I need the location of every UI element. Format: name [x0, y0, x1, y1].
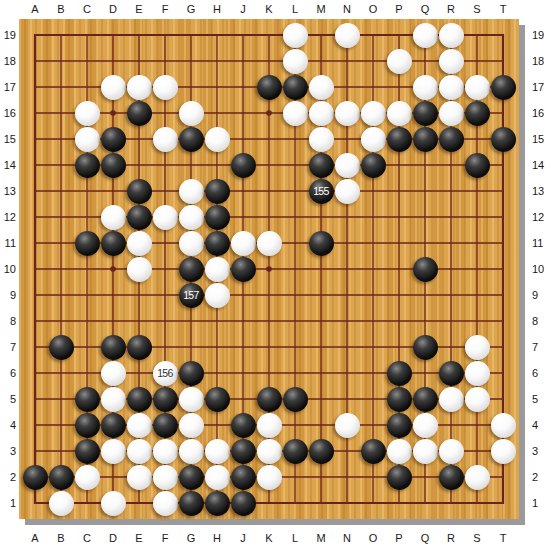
white-stone-Q3 [413, 439, 438, 464]
black-stone-M14 [309, 153, 334, 178]
white-stone-F3 [153, 439, 178, 464]
black-stone-H5 [205, 387, 230, 412]
column-label-bottom-D: D [103, 530, 123, 546]
black-stone-D7 [101, 335, 126, 360]
black-stone-P2 [387, 465, 412, 490]
white-stone-R18 [439, 49, 464, 74]
black-stone-E12 [127, 205, 152, 230]
column-label-top-K: K [259, 1, 279, 17]
black-stone-D11 [101, 231, 126, 256]
white-stone-D1 [101, 491, 126, 516]
column-label-top-E: E [129, 1, 149, 17]
black-stone-H11 [205, 231, 230, 256]
row-label-left-10: 10 [1, 261, 16, 277]
black-stone-C4 [75, 413, 100, 438]
column-label-bottom-O: O [363, 530, 383, 546]
white-stone-H9 [205, 283, 230, 308]
black-stone-T17 [491, 75, 516, 100]
column-label-bottom-B: B [51, 530, 71, 546]
white-stone-E10 [127, 257, 152, 282]
column-label-bottom-L: L [285, 530, 305, 546]
row-label-right-18: 18 [530, 53, 551, 69]
row-label-left-8: 8 [1, 313, 16, 329]
row-label-left-4: 4 [1, 417, 16, 433]
white-stone-O16 [361, 101, 386, 126]
row-label-left-9: 9 [1, 287, 16, 303]
black-stone-F4 [153, 413, 178, 438]
black-stone-G15 [179, 127, 204, 152]
column-label-top-A: A [25, 1, 45, 17]
black-stone-B7 [49, 335, 74, 360]
column-label-bottom-J: J [233, 530, 253, 546]
black-stone-S16 [465, 101, 490, 126]
black-stone-K5 [257, 387, 282, 412]
black-stone-Q15 [413, 127, 438, 152]
white-stone-H2 [205, 465, 230, 490]
black-stone-P4 [387, 413, 412, 438]
black-stone-E5 [127, 387, 152, 412]
white-stone-N19 [335, 23, 360, 48]
white-stone-L16 [283, 101, 308, 126]
row-label-right-11: 11 [530, 235, 551, 251]
white-stone-G16 [179, 101, 204, 126]
white-stone-H10 [205, 257, 230, 282]
column-label-bottom-S: S [467, 530, 487, 546]
black-stone-P6 [387, 361, 412, 386]
black-stone-C14 [75, 153, 100, 178]
white-stone-R17 [439, 75, 464, 100]
black-stone-J4 [231, 413, 256, 438]
column-label-top-S: S [467, 1, 487, 17]
white-stone-D5 [101, 387, 126, 412]
black-stone-J10 [231, 257, 256, 282]
white-stone-T4 [491, 413, 516, 438]
white-stone-L18 [283, 49, 308, 74]
black-stone-M3 [309, 439, 334, 464]
row-label-left-19: 19 [1, 27, 16, 43]
white-stone-D3 [101, 439, 126, 464]
black-stone-S14 [465, 153, 490, 178]
black-stone-G6 [179, 361, 204, 386]
column-label-top-B: B [51, 1, 71, 17]
row-label-left-13: 13 [1, 183, 16, 199]
black-stone-L17 [283, 75, 308, 100]
white-stone-P3 [387, 439, 412, 464]
white-stone-C16 [75, 101, 100, 126]
black-stone-K17 [257, 75, 282, 100]
row-label-right-12: 12 [530, 209, 551, 225]
black-stone-G9: 157 [179, 283, 204, 308]
black-stone-Q10 [413, 257, 438, 282]
white-stone-F17 [153, 75, 178, 100]
column-label-bottom-M: M [311, 530, 331, 546]
black-stone-E7 [127, 335, 152, 360]
white-stone-M16 [309, 101, 334, 126]
white-stone-H3 [205, 439, 230, 464]
white-stone-F15 [153, 127, 178, 152]
column-label-bottom-Q: Q [415, 530, 435, 546]
row-label-right-1: 1 [530, 495, 551, 511]
white-stone-P18 [387, 49, 412, 74]
white-stone-S5 [465, 387, 490, 412]
column-label-bottom-T: T [493, 530, 513, 546]
row-label-right-8: 8 [530, 313, 551, 329]
row-label-left-16: 16 [1, 105, 16, 121]
white-stone-G5 [179, 387, 204, 412]
white-stone-K2 [257, 465, 282, 490]
column-label-bottom-G: G [181, 530, 201, 546]
black-stone-T15 [491, 127, 516, 152]
row-label-right-7: 7 [530, 339, 551, 355]
black-stone-J2 [231, 465, 256, 490]
white-stone-N13 [335, 179, 360, 204]
black-stone-E13 [127, 179, 152, 204]
white-stone-D12 [101, 205, 126, 230]
white-stone-G4 [179, 413, 204, 438]
row-label-right-13: 13 [530, 183, 551, 199]
black-stone-G10 [179, 257, 204, 282]
white-stone-F12 [153, 205, 178, 230]
black-stone-J3 [231, 439, 256, 464]
black-stone-G1 [179, 491, 204, 516]
row-label-left-17: 17 [1, 79, 16, 95]
white-stone-E2 [127, 465, 152, 490]
black-stone-H1 [205, 491, 230, 516]
row-label-right-5: 5 [530, 391, 551, 407]
black-stone-B2 [49, 465, 74, 490]
row-label-left-14: 14 [1, 157, 16, 173]
white-stone-H15 [205, 127, 230, 152]
row-label-right-15: 15 [530, 131, 551, 147]
black-stone-L3 [283, 439, 308, 464]
white-stone-C15 [75, 127, 100, 152]
white-stone-Q4 [413, 413, 438, 438]
black-stone-D14 [101, 153, 126, 178]
black-stone-O3 [361, 439, 386, 464]
column-label-top-J: J [233, 1, 253, 17]
white-stone-K4 [257, 413, 282, 438]
row-label-left-5: 5 [1, 391, 16, 407]
white-stone-F6: 156 [153, 361, 178, 386]
white-stone-Q19 [413, 23, 438, 48]
row-label-left-15: 15 [1, 131, 16, 147]
white-stone-Q17 [413, 75, 438, 100]
black-stone-D15 [101, 127, 126, 152]
column-label-top-Q: Q [415, 1, 435, 17]
row-label-right-19: 19 [530, 27, 551, 43]
white-stone-P16 [387, 101, 412, 126]
column-label-top-M: M [311, 1, 331, 17]
white-stone-R3 [439, 439, 464, 464]
white-stone-F1 [153, 491, 178, 516]
column-label-top-P: P [389, 1, 409, 17]
white-stone-S6 [465, 361, 490, 386]
column-label-top-R: R [441, 1, 461, 17]
black-stone-C3 [75, 439, 100, 464]
column-label-top-T: T [493, 1, 513, 17]
black-stone-R15 [439, 127, 464, 152]
black-stone-J1 [231, 491, 256, 516]
black-stone-Q7 [413, 335, 438, 360]
black-stone-H12 [205, 205, 230, 230]
black-stone-M11 [309, 231, 334, 256]
black-stone-D4 [101, 413, 126, 438]
black-stone-J14 [231, 153, 256, 178]
row-label-left-11: 11 [1, 235, 16, 251]
black-stone-P15 [387, 127, 412, 152]
column-label-top-C: C [77, 1, 97, 17]
move-number-label: 157 [183, 290, 199, 301]
white-stone-E3 [127, 439, 152, 464]
white-stone-O15 [361, 127, 386, 152]
white-stone-D17 [101, 75, 126, 100]
row-label-right-17: 17 [530, 79, 551, 95]
column-label-bottom-F: F [155, 530, 175, 546]
row-label-left-2: 2 [1, 469, 16, 485]
row-label-left-6: 6 [1, 365, 16, 381]
black-stone-E16 [127, 101, 152, 126]
white-stone-K3 [257, 439, 282, 464]
row-label-left-7: 7 [1, 339, 16, 355]
white-stone-K11 [257, 231, 282, 256]
white-stone-S2 [465, 465, 490, 490]
white-stone-R5 [439, 387, 464, 412]
white-stone-L19 [283, 23, 308, 48]
white-stone-M17 [309, 75, 334, 100]
go-board-viewer: 155157156 ABCDEFGHJKLMNOPQRST ABCDEFGHJK… [0, 0, 551, 551]
row-label-left-1: 1 [1, 495, 16, 511]
row-label-right-16: 16 [530, 105, 551, 121]
go-board[interactable]: 155157156 [19, 19, 519, 519]
move-number-label: 155 [313, 186, 329, 197]
row-label-right-14: 14 [530, 157, 551, 173]
black-stone-F5 [153, 387, 178, 412]
column-label-bottom-N: N [337, 530, 357, 546]
white-stone-G13 [179, 179, 204, 204]
white-stone-S17 [465, 75, 490, 100]
black-stone-L5 [283, 387, 308, 412]
column-label-bottom-A: A [25, 530, 45, 546]
column-label-bottom-C: C [77, 530, 97, 546]
black-stone-C11 [75, 231, 100, 256]
row-label-right-3: 3 [530, 443, 551, 459]
black-stone-G2 [179, 465, 204, 490]
white-stone-M15 [309, 127, 334, 152]
column-label-bottom-K: K [259, 530, 279, 546]
row-label-left-12: 12 [1, 209, 16, 225]
row-label-right-10: 10 [530, 261, 551, 277]
column-label-top-O: O [363, 1, 383, 17]
column-label-top-L: L [285, 1, 305, 17]
white-stone-G11 [179, 231, 204, 256]
black-stone-M13: 155 [309, 179, 334, 204]
white-stone-N4 [335, 413, 360, 438]
white-stone-R16 [439, 101, 464, 126]
column-label-bottom-H: H [207, 530, 227, 546]
white-stone-N16 [335, 101, 360, 126]
column-label-top-H: H [207, 1, 227, 17]
column-label-top-G: G [181, 1, 201, 17]
row-label-right-2: 2 [530, 469, 551, 485]
column-label-top-N: N [337, 1, 357, 17]
column-label-bottom-E: E [129, 530, 149, 546]
column-label-top-D: D [103, 1, 123, 17]
column-label-bottom-P: P [389, 530, 409, 546]
black-stone-P5 [387, 387, 412, 412]
white-stone-D6 [101, 361, 126, 386]
black-stone-H13 [205, 179, 230, 204]
white-stone-C2 [75, 465, 100, 490]
row-label-right-9: 9 [530, 287, 551, 303]
row-label-left-3: 3 [1, 443, 16, 459]
column-label-top-F: F [155, 1, 175, 17]
white-stone-T3 [491, 439, 516, 464]
row-label-left-18: 18 [1, 53, 16, 69]
white-stone-J11 [231, 231, 256, 256]
white-stone-N14 [335, 153, 360, 178]
black-stone-R2 [439, 465, 464, 490]
white-stone-E17 [127, 75, 152, 100]
white-stone-G12 [179, 205, 204, 230]
black-stone-O14 [361, 153, 386, 178]
white-stone-R19 [439, 23, 464, 48]
row-label-right-6: 6 [530, 365, 551, 381]
black-stone-C5 [75, 387, 100, 412]
white-stone-S7 [465, 335, 490, 360]
white-stone-E4 [127, 413, 152, 438]
move-number-label: 156 [157, 368, 173, 379]
black-stone-A2 [23, 465, 48, 490]
black-stone-Q16 [413, 101, 438, 126]
black-stone-R6 [439, 361, 464, 386]
white-stone-E11 [127, 231, 152, 256]
row-label-right-4: 4 [530, 417, 551, 433]
white-stone-B1 [49, 491, 74, 516]
black-stone-Q5 [413, 387, 438, 412]
white-stone-G3 [179, 439, 204, 464]
white-stone-F2 [153, 465, 178, 490]
column-label-bottom-R: R [441, 530, 461, 546]
